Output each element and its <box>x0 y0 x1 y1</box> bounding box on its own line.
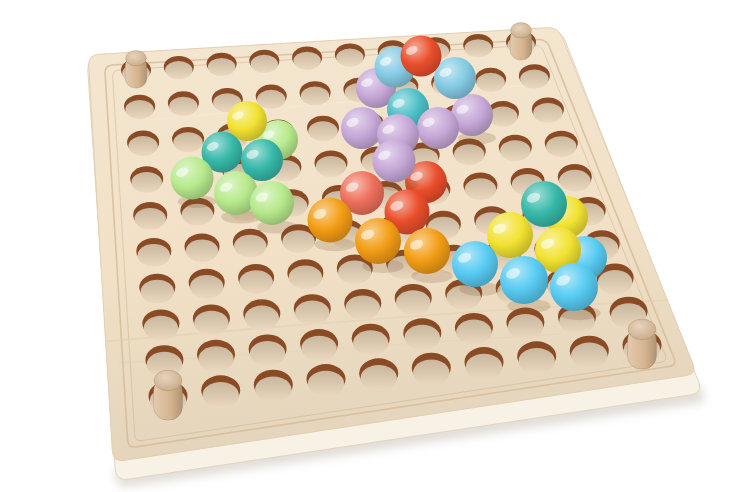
hole-interior <box>194 311 228 335</box>
hole-r7c4 <box>344 289 381 320</box>
bead-orange-1[interactable] <box>308 198 353 243</box>
hole-r4c7 <box>463 172 497 200</box>
hole-interior <box>316 156 346 177</box>
hole-interior <box>144 316 178 340</box>
hole-r7c3 <box>294 294 331 325</box>
hole-interior <box>293 52 320 70</box>
hole-interior <box>465 39 492 57</box>
hole-interior <box>301 336 336 361</box>
bead-orange-3[interactable] <box>404 228 450 274</box>
hole-interior <box>255 376 291 402</box>
hole-r3c4 <box>315 150 348 176</box>
hole-interior <box>169 97 197 116</box>
hole-r6c2 <box>238 264 274 294</box>
hole-interior <box>559 170 590 192</box>
hole-r6c3 <box>287 259 323 289</box>
hole-r0c1 <box>164 56 194 79</box>
hole-r8c1 <box>197 340 235 372</box>
hole-r9c8 <box>570 336 609 369</box>
hole-r9c1 <box>201 375 240 408</box>
peg-head <box>126 51 147 66</box>
hole-interior <box>520 69 548 88</box>
hole-interior <box>508 314 543 339</box>
hole-interior <box>308 371 344 397</box>
hole-interior <box>125 100 153 119</box>
bead-lightgreen-4[interactable] <box>250 181 294 225</box>
hole-interior <box>234 235 266 258</box>
hole-interior <box>454 144 484 165</box>
hole-interior <box>346 295 380 319</box>
bead-cyan-4[interactable] <box>550 263 598 311</box>
hole-r9c5 <box>412 353 451 386</box>
hole-r7c1 <box>193 304 230 335</box>
bead-teal-3[interactable] <box>521 181 567 227</box>
peg-head <box>154 370 182 391</box>
hole-r1c0 <box>124 95 155 119</box>
hole-interior <box>141 280 174 304</box>
corner-peg-bottom-right <box>628 319 657 369</box>
hole-r8c3 <box>300 329 338 361</box>
hole-r5c0 <box>136 238 171 267</box>
hole-interior <box>190 275 223 299</box>
hole-interior <box>571 342 607 368</box>
hole-interior <box>295 300 329 324</box>
hole-interior <box>203 382 239 408</box>
hole-interior <box>135 208 166 230</box>
hole-interior <box>250 341 285 366</box>
hole-interior <box>257 90 285 109</box>
hole-r1c8 <box>475 68 506 92</box>
hole-interior <box>251 55 278 73</box>
hole-r0c4 <box>292 47 322 70</box>
hole-r4c0 <box>133 202 167 230</box>
hole-r2c0 <box>127 131 159 156</box>
hole-r0c8 <box>463 34 493 57</box>
bead-skyblue-2[interactable] <box>434 57 476 99</box>
bead-board-photo <box>0 0 750 492</box>
hole-interior <box>245 306 279 330</box>
hole-interior <box>361 365 397 391</box>
bead-cyan-2[interactable] <box>452 241 498 287</box>
hole-interior <box>289 265 322 289</box>
hole-interior <box>546 136 576 157</box>
hole-interior <box>239 270 272 294</box>
hole-r9c3 <box>307 364 346 397</box>
hole-r9c6 <box>465 347 504 380</box>
hole-r1c1 <box>168 91 199 115</box>
hole-r0c5 <box>335 43 365 66</box>
hole-r7c2 <box>243 299 280 330</box>
product-photo <box>0 0 750 492</box>
hole-interior <box>533 103 562 123</box>
hole-interior <box>198 346 233 371</box>
hole-r2c4 <box>307 116 339 141</box>
peg-head <box>511 23 532 38</box>
bead-purple-4[interactable] <box>417 107 459 149</box>
hole-r9c2 <box>254 370 293 403</box>
bead-red-1[interactable] <box>401 36 442 77</box>
hole-r5c1 <box>185 233 220 262</box>
hole-interior <box>132 172 162 193</box>
hole-interior <box>308 121 337 141</box>
hole-r2c9 <box>532 97 564 122</box>
hole-r3c8 <box>499 135 532 161</box>
hole-interior <box>500 140 530 161</box>
hole-interior <box>282 230 314 253</box>
hole-interior <box>598 270 632 294</box>
hole-r8c2 <box>249 334 287 366</box>
hole-interior <box>466 354 502 380</box>
bead-purple-3[interactable] <box>341 107 383 149</box>
hole-interior <box>336 49 363 67</box>
hole-interior <box>519 348 555 374</box>
hole-r1c3 <box>256 85 287 109</box>
hole-r2c1 <box>172 127 204 152</box>
hole-interior <box>465 178 496 200</box>
hole-interior <box>413 359 449 385</box>
hole-interior <box>396 290 430 314</box>
hole-r7c0 <box>142 309 179 340</box>
hole-r0c3 <box>249 50 279 73</box>
bead-purple-6[interactable] <box>373 140 416 183</box>
hole-r8c5 <box>403 318 441 350</box>
hole-r3c0 <box>130 166 163 192</box>
peg-head <box>628 319 656 340</box>
hole-r6c0 <box>139 274 175 304</box>
corner-peg-top-left <box>125 51 147 88</box>
hole-r8c4 <box>352 324 390 356</box>
hole-interior <box>456 319 491 344</box>
hole-interior <box>186 239 218 262</box>
hole-r8c6 <box>455 313 493 345</box>
hole-interior <box>476 73 504 92</box>
hole-interior <box>128 136 157 156</box>
hole-r1c4 <box>300 81 331 105</box>
hole-interior <box>301 86 329 105</box>
bead-cyan-3[interactable] <box>500 256 548 304</box>
hole-r5c2 <box>233 229 268 258</box>
hole-interior <box>208 58 235 76</box>
corner-peg-top-right <box>510 23 532 60</box>
corner-peg-bottom-left <box>154 370 183 420</box>
hole-r1c9 <box>519 64 550 88</box>
hole-interior <box>173 132 202 152</box>
hole-r9c4 <box>359 358 398 391</box>
hole-r7c5 <box>395 284 432 315</box>
hole-interior <box>353 330 388 355</box>
hole-interior <box>165 61 192 79</box>
bead-lightgreen-2[interactable] <box>171 157 214 200</box>
hole-r6c1 <box>189 269 225 299</box>
hole-r9c7 <box>517 341 556 374</box>
hole-r3c9 <box>545 131 578 157</box>
hole-interior <box>138 244 170 267</box>
bead-orange-2[interactable] <box>355 218 401 264</box>
hole-r0c2 <box>207 53 237 76</box>
hole-interior <box>405 325 440 350</box>
hole-r4c9 <box>558 164 592 192</box>
